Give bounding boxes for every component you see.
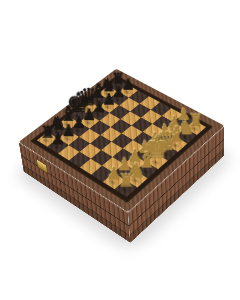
brass-clasp [36, 158, 48, 173]
photo-stage: ♜♟♟♜♞♟♟♞♝♟♟♝♛♟♟♛♚♟♟♚♝♟♟♝♞♟♟♞♜♟♟♜ [0, 0, 240, 300]
piece-shadow [157, 134, 170, 143]
chess-case: ♜♟♟♜♞♟♟♞♝♟♟♝♛♟♟♛♚♟♟♚♝♟♟♝♞♟♟♞♜♟♟♜ [19, 69, 225, 213]
product-photo: ♜♟♟♜♞♟♟♞♝♟♟♝♛♟♟♛♚♟♟♚♝♟♟♝♞♟♟♞♜♟♟♜ [0, 0, 240, 300]
piece-shadow [178, 133, 191, 142]
